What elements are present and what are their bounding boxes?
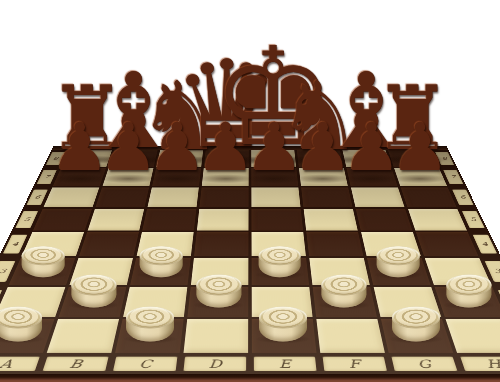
square-e8[interactable] <box>250 150 298 168</box>
square-g8[interactable] <box>341 150 393 168</box>
square-h4[interactable] <box>414 231 480 257</box>
file-label-f: F <box>322 356 387 371</box>
square-g5[interactable] <box>354 208 414 231</box>
square-g3[interactable] <box>365 257 432 286</box>
square-a6[interactable] <box>42 187 101 208</box>
square-e5[interactable] <box>250 208 305 231</box>
file-label-cell: E <box>250 354 321 374</box>
file-label-d: D <box>183 356 247 371</box>
chess-board: 8877665544332211ABCDEFGH <box>0 146 500 382</box>
square-e6[interactable] <box>250 187 302 208</box>
square-e7[interactable] <box>250 167 300 186</box>
file-label-cell: D <box>179 354 250 374</box>
square-d2[interactable] <box>186 286 250 318</box>
board-grid: 8877665544332211ABCDEFGH <box>0 150 500 374</box>
square-b4[interactable] <box>77 231 140 257</box>
file-label-a: A <box>0 356 40 371</box>
square-h3[interactable] <box>423 257 494 286</box>
square-c5[interactable] <box>141 208 198 231</box>
file-label-cell: C <box>109 354 182 374</box>
square-a3[interactable] <box>7 257 78 286</box>
square-d3[interactable] <box>189 257 250 286</box>
file-label-e: E <box>253 356 317 371</box>
square-c3[interactable] <box>128 257 192 286</box>
square-b7[interactable] <box>101 167 155 186</box>
square-d8[interactable] <box>202 150 250 168</box>
piece-dark-queen-d8[interactable]: ♛ <box>173 50 281 160</box>
square-h8[interactable] <box>387 150 441 168</box>
piece-dark-king-e8[interactable]: ♚ <box>212 35 334 160</box>
square-c8[interactable] <box>155 150 205 168</box>
square-g6[interactable] <box>349 187 406 208</box>
square-d4[interactable] <box>192 231 250 257</box>
square-c2[interactable] <box>121 286 189 318</box>
file-label-c: C <box>113 356 178 371</box>
square-f6[interactable] <box>300 187 354 208</box>
file-label-b: B <box>42 356 109 371</box>
square-g4[interactable] <box>359 231 422 257</box>
square-f7[interactable] <box>298 167 350 186</box>
square-h7[interactable] <box>393 167 449 186</box>
square-g2[interactable] <box>372 286 444 318</box>
square-h6[interactable] <box>399 187 458 208</box>
square-c7[interactable] <box>151 167 203 186</box>
square-f1[interactable] <box>314 318 387 354</box>
square-b2[interactable] <box>57 286 129 318</box>
file-label-cell: B <box>38 354 113 374</box>
board-photo-stage: 8877665544332211ABCDEFGH ♜♝♞♛♚♞♝♜♟♟♟♟♟♟♟… <box>0 0 500 382</box>
square-d5[interactable] <box>195 208 250 231</box>
square-c1[interactable] <box>113 318 186 354</box>
square-e1[interactable] <box>250 318 319 354</box>
square-e3[interactable] <box>250 257 311 286</box>
square-g7[interactable] <box>345 167 399 186</box>
file-label-cell: F <box>319 354 392 374</box>
square-c6[interactable] <box>146 187 200 208</box>
square-e2[interactable] <box>250 286 314 318</box>
square-b6[interactable] <box>94 187 151 208</box>
square-b3[interactable] <box>67 257 134 286</box>
board-near-rim <box>0 374 500 382</box>
square-f5[interactable] <box>302 208 359 231</box>
square-d1[interactable] <box>181 318 250 354</box>
file-label-cell: H <box>456 354 500 374</box>
square-a5[interactable] <box>31 208 94 231</box>
square-d7[interactable] <box>200 167 250 186</box>
square-d6[interactable] <box>198 187 250 208</box>
square-e4[interactable] <box>250 231 308 257</box>
file-label-h: H <box>460 356 500 371</box>
square-f2[interactable] <box>311 286 379 318</box>
file-label-g: G <box>391 356 458 371</box>
square-h5[interactable] <box>406 208 469 231</box>
square-a8[interactable] <box>60 150 114 168</box>
square-b5[interactable] <box>86 208 146 231</box>
square-b8[interactable] <box>107 150 159 168</box>
square-c4[interactable] <box>135 231 196 257</box>
square-b1[interactable] <box>44 318 121 354</box>
square-g1[interactable] <box>379 318 456 354</box>
square-f8[interactable] <box>296 150 346 168</box>
square-f4[interactable] <box>305 231 366 257</box>
square-f3[interactable] <box>308 257 372 286</box>
square-h2[interactable] <box>433 286 500 318</box>
square-a4[interactable] <box>20 231 86 257</box>
file-label-cell: G <box>387 354 462 374</box>
square-a7[interactable] <box>51 167 107 186</box>
